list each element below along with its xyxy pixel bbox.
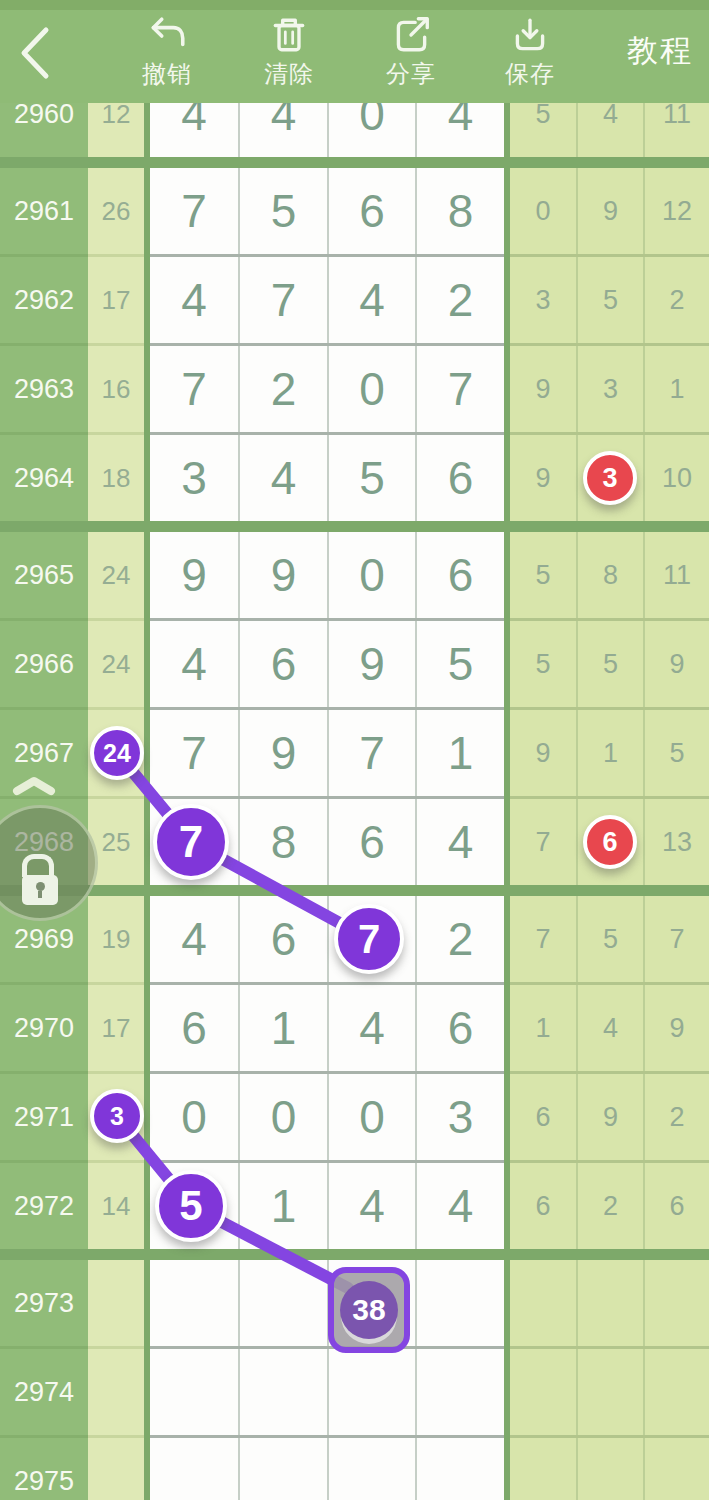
stat-cell[interactable]: 6: [643, 1163, 709, 1249]
annotation-value: 38: [340, 1281, 398, 1339]
save-button[interactable]: 保存: [482, 14, 578, 90]
trash-icon: [268, 14, 310, 56]
number-cell[interactable]: 3: [415, 1074, 504, 1160]
period-label: 2974: [0, 1349, 88, 1435]
number-cell[interactable]: [150, 1438, 238, 1500]
row-separator: [0, 885, 709, 896]
number-cell[interactable]: 4: [150, 896, 238, 982]
number-cell[interactable]: 8: [238, 799, 327, 885]
stat-cell[interactable]: 5: [643, 710, 709, 796]
number-cell[interactable]: 6: [238, 621, 327, 707]
stat-cell[interactable]: 9: [510, 435, 576, 521]
number-cell[interactable]: 7: [238, 257, 327, 343]
period-label: 2970: [0, 985, 88, 1071]
stat-cell[interactable]: 9: [510, 346, 576, 432]
count-cell[interactable]: 26: [88, 168, 144, 254]
count-cell[interactable]: 14: [88, 1163, 144, 1249]
number-cell[interactable]: 4: [415, 1163, 504, 1249]
toolbar: 撤销 清除 分享 保存: [0, 0, 709, 103]
number-cell[interactable]: 4: [150, 621, 238, 707]
stat-cell[interactable]: 1: [510, 985, 576, 1071]
number-cell[interactable]: 8: [415, 168, 504, 254]
count-cell[interactable]: 24: [88, 532, 144, 618]
number-cell[interactable]: 9: [150, 532, 238, 618]
undo-icon: [146, 14, 188, 56]
number-cell[interactable]: 4: [415, 799, 504, 885]
stat-cell[interactable]: [576, 1349, 643, 1435]
chart-row-2975: 2975: [0, 1438, 709, 1500]
stat-cell[interactable]: [643, 1260, 709, 1346]
purple-annotation-circle[interactable]: 7: [334, 904, 404, 974]
number-cell[interactable]: 7: [415, 346, 504, 432]
stat-cell[interactable]: 7: [643, 896, 709, 982]
stat-cell[interactable]: 2: [576, 1163, 643, 1249]
number-cell[interactable]: 9: [238, 710, 327, 796]
stat-cell[interactable]: [576, 1260, 643, 1346]
period-label: 2965: [0, 532, 88, 618]
chart-row-2962: 2962174742352: [0, 257, 709, 343]
number-cell[interactable]: 5: [238, 168, 327, 254]
number-cell[interactable]: 7: [150, 710, 238, 796]
number-cell[interactable]: [150, 1349, 238, 1435]
stat-cell[interactable]: 9: [576, 168, 643, 254]
count-cell[interactable]: 17: [88, 985, 144, 1071]
number-cell[interactable]: 7: [150, 346, 238, 432]
stat-cell[interactable]: 10: [643, 435, 709, 521]
number-cell[interactable]: 1: [238, 1163, 327, 1249]
number-cell[interactable]: [238, 1349, 327, 1435]
number-cell[interactable]: 6: [415, 435, 504, 521]
stat-cell[interactable]: 1: [643, 346, 709, 432]
save-icon: [509, 14, 551, 56]
stat-cell[interactable]: [510, 1349, 576, 1435]
stat-cell[interactable]: 5: [576, 257, 643, 343]
number-cell[interactable]: [415, 1438, 504, 1500]
number-cell[interactable]: [415, 1260, 504, 1346]
period-label: 2963: [0, 346, 88, 432]
number-cell[interactable]: 6: [327, 799, 415, 885]
count-cell[interactable]: 19: [88, 896, 144, 982]
stat-cell[interactable]: 8: [576, 532, 643, 618]
app-screen: 2960124404541129612675680912296217474235…: [0, 0, 709, 1500]
count-cell[interactable]: [88, 1438, 144, 1500]
number-cell[interactable]: 4: [238, 435, 327, 521]
share-icon: [390, 14, 432, 56]
number-cell[interactable]: 6: [150, 985, 238, 1071]
stat-cell[interactable]: 12: [643, 168, 709, 254]
number-cell[interactable]: [238, 1260, 327, 1346]
stat-cell[interactable]: 9: [510, 710, 576, 796]
stat-cell[interactable]: 6: [510, 1074, 576, 1160]
stat-cell[interactable]: 5: [510, 621, 576, 707]
number-cell[interactable]: 6: [415, 985, 504, 1071]
number-cell[interactable]: 6: [238, 896, 327, 982]
stat-cell[interactable]: 4: [576, 985, 643, 1071]
purple-annotation-circle[interactable]: 3: [90, 1089, 144, 1143]
number-cell[interactable]: [415, 1349, 504, 1435]
number-cell[interactable]: 6: [415, 532, 504, 618]
stat-cell[interactable]: 0: [510, 168, 576, 254]
chart-row-2963: 2963167207931: [0, 346, 709, 432]
collapse-chevron-icon[interactable]: [12, 776, 56, 796]
number-cell[interactable]: 0: [150, 1074, 238, 1160]
chart-row-2965: 29652499065811: [0, 532, 709, 618]
count-cell[interactable]: 16: [88, 346, 144, 432]
stat-cell[interactable]: 13: [643, 799, 709, 885]
number-cell[interactable]: 2: [415, 257, 504, 343]
stat-cell[interactable]: 2: [643, 257, 709, 343]
stat-cell[interactable]: 9: [576, 1074, 643, 1160]
number-cell[interactable]: [238, 1438, 327, 1500]
number-cell[interactable]: 7: [150, 168, 238, 254]
number-cell[interactable]: 4: [327, 985, 415, 1071]
period-label: 2961: [0, 168, 88, 254]
chart-row-2970: 2970176146149: [0, 985, 709, 1071]
undo-button[interactable]: 撤销: [119, 14, 215, 90]
number-cell[interactable]: 4: [327, 257, 415, 343]
stat-cell[interactable]: 5: [510, 532, 576, 618]
annotation-drag-handle[interactable]: 38: [328, 1267, 410, 1353]
stat-cell[interactable]: 2: [643, 1074, 709, 1160]
number-cell[interactable]: 9: [327, 621, 415, 707]
number-cell[interactable]: 4: [150, 257, 238, 343]
red-marker-circle[interactable]: 3: [583, 451, 637, 505]
status-strip: [0, 0, 709, 10]
stat-cell[interactable]: 9: [643, 621, 709, 707]
stat-cell[interactable]: 3: [510, 257, 576, 343]
period-label: 2966: [0, 621, 88, 707]
stat-cell[interactable]: 5: [576, 896, 643, 982]
stat-cell[interactable]: 9: [643, 985, 709, 1071]
row-separator: [0, 521, 709, 532]
number-cell[interactable]: 4: [327, 1163, 415, 1249]
period-label: 2975: [0, 1438, 88, 1500]
number-cell[interactable]: 0: [238, 1074, 327, 1160]
clear-button[interactable]: 清除: [241, 14, 337, 90]
chart-row-2974: 2974: [0, 1349, 709, 1435]
stat-cell[interactable]: [643, 1438, 709, 1500]
stat-cell[interactable]: [510, 1438, 576, 1500]
stat-cell[interactable]: [576, 1438, 643, 1500]
number-cell[interactable]: 0: [327, 1074, 415, 1160]
period-label: 2972: [0, 1163, 88, 1249]
stat-cell[interactable]: 7: [510, 799, 576, 885]
number-cell[interactable]: [327, 1438, 415, 1500]
period-label: 2964: [0, 435, 88, 521]
stat-cell[interactable]: [643, 1349, 709, 1435]
count-cell[interactable]: 18: [88, 435, 144, 521]
stat-cell[interactable]: [510, 1260, 576, 1346]
tutorial-button[interactable]: 教程: [627, 30, 693, 72]
purple-annotation-circle[interactable]: 24: [90, 726, 144, 780]
number-cell[interactable]: 0: [327, 346, 415, 432]
back-button[interactable]: [14, 24, 54, 82]
number-cell[interactable]: 1: [238, 985, 327, 1071]
number-cell[interactable]: 7: [327, 710, 415, 796]
row-separator: [0, 157, 709, 168]
number-cell[interactable]: 1: [415, 710, 504, 796]
number-cell[interactable]: 2: [238, 346, 327, 432]
number-cell[interactable]: 0: [327, 532, 415, 618]
number-cell[interactable]: 9: [238, 532, 327, 618]
number-cell[interactable]: 3: [150, 435, 238, 521]
number-cell[interactable]: [150, 1260, 238, 1346]
chart-row-2961: 29612675680912: [0, 168, 709, 254]
stat-cell[interactable]: 1: [576, 710, 643, 796]
number-cell[interactable]: 5: [415, 621, 504, 707]
chart-row-2966: 2966244695559: [0, 621, 709, 707]
lock-icon: [22, 854, 58, 905]
period-label: 2973: [0, 1260, 88, 1346]
stat-cell[interactable]: 3: [576, 346, 643, 432]
count-cell[interactable]: [88, 1260, 144, 1346]
number-cell[interactable]: [327, 1349, 415, 1435]
stat-cell[interactable]: 7: [510, 896, 576, 982]
stat-cell[interactable]: 6: [510, 1163, 576, 1249]
number-cell[interactable]: 5: [327, 435, 415, 521]
period-label: 2971: [0, 1074, 88, 1160]
stat-cell[interactable]: 5: [576, 621, 643, 707]
share-button[interactable]: 分享: [363, 14, 459, 90]
chart-row-2972: 297214144626: [0, 1163, 709, 1249]
number-cell[interactable]: 6: [327, 168, 415, 254]
purple-annotation-circle[interactable]: 7: [153, 804, 229, 880]
number-cell[interactable]: 2: [415, 896, 504, 982]
period-label: 2962: [0, 257, 88, 343]
count-cell[interactable]: [88, 1349, 144, 1435]
red-marker-circle[interactable]: 6: [583, 815, 637, 869]
row-separator: [0, 1249, 709, 1260]
purple-annotation-circle[interactable]: 5: [155, 1170, 227, 1242]
count-cell[interactable]: 17: [88, 257, 144, 343]
count-cell[interactable]: 24: [88, 621, 144, 707]
stat-cell[interactable]: 11: [643, 532, 709, 618]
